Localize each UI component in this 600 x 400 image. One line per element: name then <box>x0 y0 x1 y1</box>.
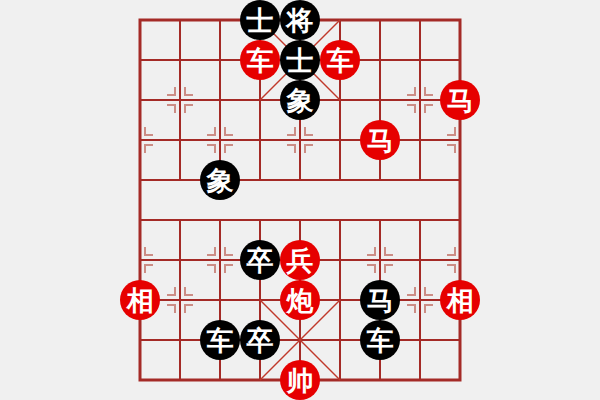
piece-red-king[interactable]: 帅 <box>280 360 320 400</box>
piece-red-chariot[interactable]: 车 <box>240 40 280 80</box>
piece-black-chariot[interactable]: 车 <box>200 320 240 360</box>
piece-black-king[interactable]: 将 <box>280 0 320 40</box>
pieces-layer: 士将车士车象马马象卒兵相炮马相车卒车帅 <box>0 0 600 400</box>
piece-red-horse[interactable]: 马 <box>360 120 400 160</box>
piece-black-pawn[interactable]: 卒 <box>240 320 280 360</box>
xiangqi-board: 士将车士车象马马象卒兵相炮马相车卒车帅 <box>0 0 600 400</box>
piece-black-elephant[interactable]: 象 <box>200 160 240 200</box>
piece-red-pawn[interactable]: 兵 <box>280 240 320 280</box>
piece-black-advisor[interactable]: 士 <box>280 40 320 80</box>
piece-red-chariot[interactable]: 车 <box>320 40 360 80</box>
piece-red-cannon[interactable]: 炮 <box>280 280 320 320</box>
piece-black-advisor[interactable]: 士 <box>240 0 280 40</box>
piece-black-pawn[interactable]: 卒 <box>240 240 280 280</box>
piece-red-horse[interactable]: 马 <box>440 80 480 120</box>
piece-red-elephant[interactable]: 相 <box>120 280 160 320</box>
piece-red-elephant[interactable]: 相 <box>440 280 480 320</box>
piece-black-horse[interactable]: 马 <box>360 280 400 320</box>
piece-black-elephant[interactable]: 象 <box>280 80 320 120</box>
piece-black-chariot[interactable]: 车 <box>360 320 400 360</box>
